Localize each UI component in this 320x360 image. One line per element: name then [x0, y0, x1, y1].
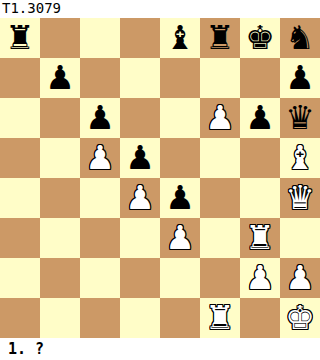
square-g4[interactable]	[240, 178, 280, 218]
square-f8[interactable]: ♜	[200, 18, 240, 58]
square-a2[interactable]	[0, 258, 40, 298]
square-g5[interactable]	[240, 138, 280, 178]
square-b5[interactable]	[40, 138, 80, 178]
square-f7[interactable]	[200, 58, 240, 98]
black-knight-piece[interactable]: ♞	[285, 18, 315, 58]
square-d6[interactable]	[120, 98, 160, 138]
square-f4[interactable]	[200, 178, 240, 218]
black-rook-piece[interactable]: ♜	[5, 18, 35, 58]
square-f6[interactable]: ♟	[200, 98, 240, 138]
square-f5[interactable]	[200, 138, 240, 178]
square-f2[interactable]	[200, 258, 240, 298]
black-pawn-piece[interactable]: ♟	[165, 178, 195, 218]
black-pawn-piece[interactable]: ♟	[245, 98, 275, 138]
square-c7[interactable]	[80, 58, 120, 98]
square-a5[interactable]	[0, 138, 40, 178]
square-f3[interactable]	[200, 218, 240, 258]
puzzle-id-label: T1.3079	[0, 0, 320, 18]
black-bishop-piece[interactable]: ♝	[165, 18, 195, 58]
black-pawn-piece[interactable]: ♟	[285, 58, 315, 98]
square-d7[interactable]	[120, 58, 160, 98]
square-d5[interactable]: ♟	[120, 138, 160, 178]
square-e2[interactable]	[160, 258, 200, 298]
white-pawn-piece[interactable]: ♟	[245, 258, 275, 298]
square-b7[interactable]: ♟	[40, 58, 80, 98]
square-c8[interactable]	[80, 18, 120, 58]
chess-diagram-page: T1.3079 ♜♝♜♚♞♟♟♟♟♟♛♟♟♝♟♟♛♟♜♟♟♜♚ 1. ?	[0, 0, 320, 360]
square-g6[interactable]: ♟	[240, 98, 280, 138]
square-g2[interactable]: ♟	[240, 258, 280, 298]
black-rook-piece[interactable]: ♜	[205, 18, 235, 58]
square-c1[interactable]	[80, 298, 120, 338]
square-a8[interactable]: ♜	[0, 18, 40, 58]
black-king-piece[interactable]: ♚	[245, 18, 275, 58]
white-pawn-piece[interactable]: ♟	[285, 258, 315, 298]
square-e7[interactable]	[160, 58, 200, 98]
square-e8[interactable]: ♝	[160, 18, 200, 58]
square-g3[interactable]: ♜	[240, 218, 280, 258]
square-a3[interactable]	[0, 218, 40, 258]
square-b4[interactable]	[40, 178, 80, 218]
white-pawn-piece[interactable]: ♟	[165, 218, 195, 258]
square-c4[interactable]	[80, 178, 120, 218]
square-b8[interactable]	[40, 18, 80, 58]
white-pawn-piece[interactable]: ♟	[125, 178, 155, 218]
black-pawn-piece[interactable]: ♟	[45, 58, 75, 98]
square-h7[interactable]: ♟	[280, 58, 320, 98]
square-h3[interactable]	[280, 218, 320, 258]
square-h2[interactable]: ♟	[280, 258, 320, 298]
square-a1[interactable]	[0, 298, 40, 338]
square-e4[interactable]: ♟	[160, 178, 200, 218]
white-rook-piece[interactable]: ♜	[245, 218, 275, 258]
square-h5[interactable]: ♝	[280, 138, 320, 178]
square-d8[interactable]	[120, 18, 160, 58]
square-e6[interactable]	[160, 98, 200, 138]
square-d4[interactable]: ♟	[120, 178, 160, 218]
square-h4[interactable]: ♛	[280, 178, 320, 218]
square-h6[interactable]: ♛	[280, 98, 320, 138]
square-b6[interactable]	[40, 98, 80, 138]
move-prompt-label: 1. ?	[0, 338, 320, 360]
white-bishop-piece[interactable]: ♝	[285, 138, 315, 178]
square-h1[interactable]: ♚	[280, 298, 320, 338]
square-f1[interactable]: ♜	[200, 298, 240, 338]
square-e5[interactable]	[160, 138, 200, 178]
square-d3[interactable]	[120, 218, 160, 258]
white-pawn-piece[interactable]: ♟	[205, 98, 235, 138]
square-b2[interactable]	[40, 258, 80, 298]
square-a7[interactable]	[0, 58, 40, 98]
square-b1[interactable]	[40, 298, 80, 338]
square-g8[interactable]: ♚	[240, 18, 280, 58]
white-king-piece[interactable]: ♚	[285, 298, 315, 338]
white-queen-piece[interactable]: ♛	[285, 178, 315, 218]
square-c5[interactable]: ♟	[80, 138, 120, 178]
black-pawn-piece[interactable]: ♟	[125, 138, 155, 178]
square-a6[interactable]	[0, 98, 40, 138]
square-c2[interactable]	[80, 258, 120, 298]
black-queen-piece[interactable]: ♛	[285, 98, 315, 138]
square-d1[interactable]	[120, 298, 160, 338]
square-c6[interactable]: ♟	[80, 98, 120, 138]
white-rook-piece[interactable]: ♜	[205, 298, 235, 338]
black-pawn-piece[interactable]: ♟	[85, 98, 115, 138]
square-a4[interactable]	[0, 178, 40, 218]
square-g1[interactable]	[240, 298, 280, 338]
square-d2[interactable]	[120, 258, 160, 298]
square-c3[interactable]	[80, 218, 120, 258]
square-e1[interactable]	[160, 298, 200, 338]
square-h8[interactable]: ♞	[280, 18, 320, 58]
square-e3[interactable]: ♟	[160, 218, 200, 258]
white-pawn-piece[interactable]: ♟	[85, 138, 115, 178]
square-g7[interactable]	[240, 58, 280, 98]
square-b3[interactable]	[40, 218, 80, 258]
chess-board: ♜♝♜♚♞♟♟♟♟♟♛♟♟♝♟♟♛♟♜♟♟♜♚	[0, 18, 320, 338]
